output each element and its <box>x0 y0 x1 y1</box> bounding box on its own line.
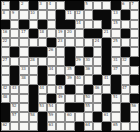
black-cell <box>56 20 65 29</box>
crossword-cell[interactable]: 53 <box>38 103 47 112</box>
black-cell <box>121 103 130 112</box>
crossword-cell[interactable] <box>10 29 19 38</box>
clue-number: 38 <box>21 76 26 80</box>
black-cell <box>121 112 130 121</box>
black-cell <box>10 66 19 75</box>
black-cell <box>1 112 10 121</box>
crossword-cell[interactable]: 45 <box>56 85 65 94</box>
crossword-cell[interactable]: 14 <box>75 20 84 29</box>
clue-number: 16 <box>3 30 8 34</box>
crossword-cell[interactable]: 42 <box>1 85 10 94</box>
black-cell <box>102 38 111 47</box>
crossword-cell[interactable] <box>19 47 28 56</box>
black-cell <box>75 1 84 10</box>
black-cell <box>121 10 130 19</box>
black-cell <box>93 10 102 19</box>
crossword-cell[interactable]: 6 <box>121 1 130 10</box>
crossword-cell[interactable] <box>29 38 38 47</box>
crossword-grid: 1234567891011121314151617181920212223242… <box>1 1 139 131</box>
crossword-cell[interactable]: 10 <box>29 10 38 19</box>
black-cell <box>84 29 93 38</box>
crossword-cell[interactable] <box>93 20 102 29</box>
crossword-cell[interactable] <box>121 94 130 103</box>
crossword-cell[interactable] <box>75 112 84 121</box>
crossword-cell[interactable] <box>56 112 65 121</box>
clue-number: 61 <box>104 113 109 117</box>
black-cell <box>29 1 38 10</box>
black-cell <box>75 103 84 112</box>
crossword-cell[interactable]: 64 <box>84 122 93 131</box>
crossword-cell[interactable] <box>19 85 28 94</box>
crossword-cell[interactable] <box>111 29 120 38</box>
black-cell <box>93 75 102 84</box>
black-cell <box>65 57 74 66</box>
crossword-cell[interactable] <box>47 10 56 19</box>
crossword-cell[interactable]: 50 <box>84 94 93 103</box>
black-cell <box>38 47 47 56</box>
crossword-cell[interactable]: 41 <box>102 75 111 84</box>
crossword-cell[interactable]: 21 <box>102 29 111 38</box>
clue-number: 22 <box>3 39 8 43</box>
crossword-cell[interactable] <box>38 38 47 47</box>
clue-number: 57 <box>12 113 17 117</box>
crossword-cell[interactable] <box>29 20 38 29</box>
clue-number: 36 <box>85 67 90 71</box>
black-cell <box>29 47 38 56</box>
crossword-cell[interactable]: 55 <box>84 103 93 112</box>
clue-number: 35 <box>67 67 72 71</box>
crossword-cell[interactable] <box>130 112 139 121</box>
crossword-cell[interactable] <box>29 75 38 84</box>
crossword-cell[interactable] <box>93 1 102 10</box>
crossword-cell[interactable]: 17 <box>19 29 28 38</box>
clue-number: 44 <box>39 86 44 90</box>
crossword-cell[interactable]: 52 <box>10 103 19 112</box>
black-cell <box>1 103 10 112</box>
black-cell <box>10 75 19 84</box>
crossword-cell[interactable] <box>93 103 102 112</box>
black-cell <box>102 10 111 19</box>
clue-number: 24 <box>94 39 99 43</box>
crossword-cell[interactable] <box>19 103 28 112</box>
clue-number: 29 <box>76 58 81 62</box>
clue-number: 56 <box>131 104 136 108</box>
crossword-cell[interactable]: 60 <box>65 112 74 121</box>
clue-number: 60 <box>67 113 72 117</box>
clue-number: 5 <box>85 2 87 6</box>
black-cell <box>102 122 111 131</box>
clue-number: 33 <box>21 67 26 71</box>
black-cell <box>65 85 74 94</box>
crossword-cell[interactable] <box>111 47 120 56</box>
crossword-cell[interactable]: 2 <box>19 1 28 10</box>
clue-number: 3 <box>39 2 41 6</box>
clue-number: 30 <box>85 58 90 62</box>
black-cell <box>102 94 111 103</box>
crossword-cell[interactable]: 18 <box>38 29 47 38</box>
black-cell <box>84 85 93 94</box>
crossword-cell[interactable] <box>75 85 84 94</box>
crossword-cell[interactable]: 62 <box>1 122 10 131</box>
clue-number: 21 <box>104 30 109 34</box>
crossword-cell[interactable] <box>29 66 38 75</box>
crossword-cell[interactable]: 24 <box>93 38 102 47</box>
crossword-cell[interactable] <box>93 57 102 66</box>
crossword-cell[interactable] <box>111 112 120 121</box>
black-cell <box>1 20 10 29</box>
clue-number: 34 <box>48 67 53 71</box>
black-cell <box>56 10 65 19</box>
black-cell <box>29 29 38 38</box>
crossword-cell[interactable] <box>19 38 28 47</box>
black-cell <box>130 94 139 103</box>
crossword-cell[interactable]: 16 <box>1 29 10 38</box>
black-cell <box>111 85 120 94</box>
crossword-cell[interactable] <box>130 122 139 131</box>
crossword-cell[interactable]: 34 <box>47 66 56 75</box>
clue-number: 65 <box>113 123 118 127</box>
crossword-cell[interactable] <box>10 94 19 103</box>
clue-number: 59 <box>48 113 53 117</box>
crossword-cell[interactable]: 48 <box>1 94 10 103</box>
black-cell <box>130 75 139 84</box>
crossword-cell[interactable] <box>84 75 93 84</box>
clue-number: 46 <box>94 86 99 90</box>
clue-number: 50 <box>85 95 90 99</box>
crossword-cell[interactable]: 3 <box>38 1 47 10</box>
crossword-cell[interactable] <box>84 112 93 121</box>
crossword-cell[interactable]: 11 <box>65 10 74 19</box>
crossword-cell[interactable]: 63 <box>47 122 56 131</box>
crossword-cell[interactable] <box>56 47 65 56</box>
crossword-cell[interactable]: 31 <box>111 57 120 66</box>
crossword-cell[interactable]: 12 <box>75 10 84 19</box>
crossword-cell[interactable] <box>75 94 84 103</box>
crossword-cell[interactable] <box>10 20 19 29</box>
crossword-cell[interactable]: 40 <box>75 75 84 84</box>
crossword-cell[interactable]: 57 <box>10 112 19 121</box>
crossword-cell[interactable] <box>1 75 10 84</box>
crossword-cell[interactable] <box>47 57 56 66</box>
crossword-cell[interactable] <box>56 57 65 66</box>
crossword-cell[interactable]: 43 <box>10 85 19 94</box>
crossword-cell[interactable] <box>47 75 56 84</box>
crossword-cell[interactable] <box>84 10 93 19</box>
black-cell <box>102 57 111 66</box>
clue-number: 12 <box>76 11 81 15</box>
crossword-cell[interactable]: 30 <box>84 57 93 66</box>
crossword-cell[interactable]: 44 <box>38 85 47 94</box>
black-cell <box>38 112 47 121</box>
crossword-cell[interactable]: 49 <box>56 94 65 103</box>
crossword-cell[interactable] <box>121 38 130 47</box>
crossword-cell[interactable] <box>65 94 74 103</box>
crossword-cell[interactable] <box>19 122 28 131</box>
black-cell <box>56 75 65 84</box>
crossword-cell[interactable] <box>130 10 139 19</box>
black-cell <box>10 47 19 56</box>
crossword-cell[interactable] <box>84 20 93 29</box>
clue-number: 31 <box>113 58 118 62</box>
crossword-cell[interactable] <box>93 94 102 103</box>
crossword-cell[interactable] <box>19 112 28 121</box>
crossword-cell[interactable] <box>111 103 120 112</box>
crossword-cell[interactable]: 29 <box>75 57 84 66</box>
clue-number: 28 <box>30 58 35 62</box>
clue-number: 23 <box>58 39 63 43</box>
clue-number: 41 <box>104 76 109 80</box>
crossword-cell[interactable] <box>121 122 130 131</box>
crossword-cell[interactable]: 59 <box>47 112 56 121</box>
black-cell <box>38 66 47 75</box>
clue-number: 18 <box>39 30 44 34</box>
black-cell <box>102 66 111 75</box>
crossword-cell[interactable]: 28 <box>29 57 38 66</box>
clue-number: 4 <box>48 2 50 6</box>
crossword-cell[interactable] <box>130 20 139 29</box>
black-cell <box>47 38 56 47</box>
clue-number: 17 <box>21 30 26 34</box>
clue-number: 2 <box>21 2 23 6</box>
crossword-cell[interactable] <box>65 38 74 47</box>
crossword-cell[interactable] <box>38 10 47 19</box>
black-cell <box>65 103 74 112</box>
crossword-cell[interactable]: 20 <box>65 29 74 38</box>
crossword-cell[interactable]: 4 <box>47 1 56 10</box>
black-cell <box>130 57 139 66</box>
crossword-cell[interactable]: 37 <box>111 66 120 75</box>
clue-number: 26 <box>48 48 53 52</box>
crossword-cell[interactable]: 39 <box>65 75 74 84</box>
clue-number: 20 <box>67 30 72 34</box>
crossword-cell[interactable] <box>130 29 139 38</box>
crossword-cell[interactable] <box>84 38 93 47</box>
crossword-cell[interactable]: 46 <box>93 85 102 94</box>
black-cell <box>93 29 102 38</box>
clue-number: 1 <box>3 2 5 6</box>
clue-number: 47 <box>122 86 127 90</box>
clue-number: 37 <box>113 67 118 71</box>
black-cell <box>93 112 102 121</box>
crossword-cell[interactable] <box>19 57 28 66</box>
crossword-cell[interactable] <box>47 85 56 94</box>
clue-number: 19 <box>58 30 63 34</box>
clue-number: 40 <box>76 76 81 80</box>
crossword-cell[interactable]: 1 <box>1 1 10 10</box>
clue-number: 62 <box>3 123 8 127</box>
crossword-cell[interactable]: 5 <box>84 1 93 10</box>
black-cell <box>38 75 47 84</box>
black-cell <box>19 20 28 29</box>
clue-number: 63 <box>48 123 53 127</box>
crossword-cell[interactable]: 33 <box>19 66 28 75</box>
crossword-cell[interactable]: 36 <box>84 66 93 75</box>
crossword-cell[interactable]: 47 <box>121 85 130 94</box>
black-cell <box>121 29 130 38</box>
crossword-cell[interactable]: 9 <box>10 10 19 19</box>
clue-number: 58 <box>30 113 35 117</box>
crossword-cell[interactable]: 38 <box>19 75 28 84</box>
black-cell <box>65 47 74 56</box>
crossword-cell[interactable] <box>1 47 10 56</box>
crossword-cell[interactable]: 13 <box>111 10 120 19</box>
crossword-cell[interactable]: 15 <box>111 20 120 29</box>
black-cell <box>29 94 38 103</box>
black-cell <box>47 94 56 103</box>
clue-number: 32 <box>122 58 127 62</box>
black-cell <box>102 47 111 56</box>
crossword-cell[interactable]: 25 <box>111 38 120 47</box>
black-cell <box>102 103 111 112</box>
clue-number: 45 <box>58 86 63 90</box>
black-cell <box>29 85 38 94</box>
clue-number: 7 <box>131 2 133 6</box>
black-cell <box>111 1 120 10</box>
clue-number: 43 <box>12 86 17 90</box>
clue-number: 10 <box>30 11 35 15</box>
clue-number: 64 <box>85 123 90 127</box>
black-cell <box>75 66 84 75</box>
crossword-cell[interactable] <box>19 10 28 19</box>
black-cell <box>29 103 38 112</box>
clue-number: 53 <box>39 104 44 108</box>
black-cell <box>102 20 111 29</box>
black-cell <box>38 20 47 29</box>
crossword-cell[interactable]: 54 <box>47 103 56 112</box>
crossword-cell[interactable] <box>75 47 84 56</box>
crossword-cell[interactable]: 7 <box>130 1 139 10</box>
crossword-cell[interactable] <box>130 38 139 47</box>
clue-number: 54 <box>48 104 53 108</box>
crossword-cell[interactable] <box>56 66 65 75</box>
clue-number: 9 <box>12 11 14 15</box>
crossword-cell[interactable] <box>130 85 139 94</box>
clue-number: 52 <box>12 104 17 108</box>
crossword-cell[interactable]: 23 <box>56 38 65 47</box>
crossword-cell[interactable] <box>102 85 111 94</box>
black-cell <box>10 1 19 10</box>
crossword-cell[interactable]: 61 <box>102 112 111 121</box>
crossword-cell[interactable] <box>47 20 56 29</box>
crossword-cell[interactable] <box>1 66 10 75</box>
crossword-cell[interactable]: 26 <box>47 47 56 56</box>
crossword-cell[interactable] <box>93 66 102 75</box>
crossword-cell[interactable]: 19 <box>56 29 65 38</box>
crossword-cell[interactable] <box>130 47 139 56</box>
clue-number: 8 <box>3 11 5 15</box>
black-cell <box>84 47 93 56</box>
crossword-cell[interactable] <box>29 122 38 131</box>
crossword-cell[interactable] <box>56 1 65 10</box>
crossword-cell[interactable] <box>10 57 19 66</box>
clue-number: 27 <box>3 58 8 62</box>
crossword-board: 1234567891011121314151617181920212223242… <box>0 0 140 132</box>
crossword-cell[interactable]: 35 <box>65 66 74 75</box>
clue-number: 39 <box>67 76 72 80</box>
crossword-cell[interactable]: 58 <box>29 112 38 121</box>
crossword-cell[interactable] <box>56 122 65 131</box>
clue-number: 6 <box>122 2 124 6</box>
black-cell <box>65 1 74 10</box>
crossword-cell[interactable] <box>93 122 102 131</box>
black-cell <box>38 122 47 131</box>
clue-number: 48 <box>3 95 8 99</box>
crossword-cell[interactable]: 27 <box>1 57 10 66</box>
clue-number: 11 <box>67 11 72 15</box>
clue-number: 51 <box>113 95 118 99</box>
clue-number: 14 <box>76 21 81 25</box>
clue-number: 13 <box>113 11 118 15</box>
crossword-cell[interactable] <box>121 20 130 29</box>
clue-number: 42 <box>3 86 8 90</box>
crossword-cell[interactable] <box>75 38 84 47</box>
crossword-cell[interactable] <box>75 29 84 38</box>
crossword-cell[interactable] <box>19 94 28 103</box>
crossword-cell[interactable]: 32 <box>121 57 130 66</box>
black-cell <box>121 47 130 56</box>
clue-number: 25 <box>113 39 118 43</box>
crossword-cell[interactable] <box>130 66 139 75</box>
crossword-cell[interactable] <box>121 75 130 84</box>
crossword-cell[interactable]: 22 <box>1 38 10 47</box>
crossword-cell[interactable] <box>38 94 47 103</box>
crossword-cell[interactable] <box>102 1 111 10</box>
crossword-cell[interactable]: 51 <box>111 94 120 103</box>
clue-number: 15 <box>113 21 118 25</box>
crossword-cell[interactable] <box>65 122 74 131</box>
crossword-cell[interactable] <box>93 47 102 56</box>
black-cell <box>111 75 120 84</box>
crossword-cell[interactable] <box>56 103 65 112</box>
crossword-cell[interactable] <box>121 66 130 75</box>
clue-number: 55 <box>85 104 90 108</box>
black-cell <box>65 20 74 29</box>
black-cell <box>75 122 84 131</box>
clue-number: 49 <box>58 95 63 99</box>
crossword-cell[interactable] <box>10 122 19 131</box>
crossword-cell[interactable]: 65 <box>111 122 120 131</box>
crossword-cell[interactable]: 8 <box>1 10 10 19</box>
crossword-cell[interactable]: 56 <box>130 103 139 112</box>
crossword-cell[interactable] <box>38 57 47 66</box>
crossword-cell[interactable] <box>10 38 19 47</box>
crossword-cell[interactable] <box>47 29 56 38</box>
